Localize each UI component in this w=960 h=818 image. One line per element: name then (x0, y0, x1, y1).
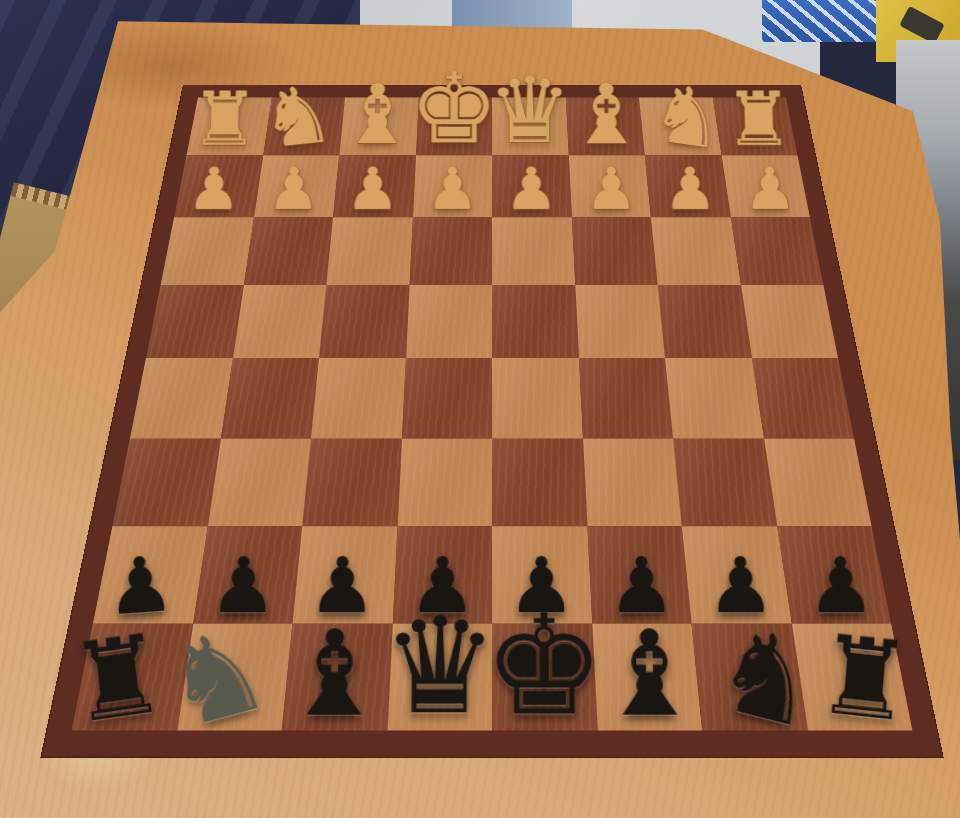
square-f8[interactable]: ♝ (282, 623, 392, 730)
black-bishop-c8[interactable]: ♝ (597, 618, 703, 731)
square-e6[interactable] (397, 438, 492, 526)
bishop-glyph: ♝ (339, 76, 415, 155)
white-pawn-g2[interactable]: ♟ (267, 162, 320, 217)
blue-striped-box (762, 0, 880, 42)
square-f3[interactable] (326, 217, 412, 284)
white-pawn-h2[interactable]: ♟ (187, 162, 241, 217)
black-bishop-f8[interactable]: ♝ (282, 618, 388, 731)
square-c2[interactable]: ♟ (568, 155, 651, 217)
square-e8[interactable]: ♛ (387, 623, 492, 730)
white-knight-b1[interactable]: ♞ (647, 75, 729, 160)
square-f4[interactable] (319, 285, 409, 358)
rook-glyph: ♜ (724, 84, 793, 155)
queen-glyph: ♛ (380, 604, 498, 731)
white-queen-d1[interactable]: ♛ (488, 68, 572, 155)
knight-glyph: ♞ (647, 75, 729, 160)
white-pawn-b2[interactable]: ♟ (664, 162, 717, 217)
white-pawn-f2[interactable]: ♟ (346, 162, 399, 217)
square-b3[interactable] (651, 217, 741, 284)
square-e5[interactable] (401, 358, 492, 438)
square-b2[interactable]: ♟ (645, 155, 731, 217)
square-d6[interactable] (492, 438, 587, 526)
square-d3[interactable] (492, 217, 575, 284)
square-a7[interactable]: ♟ (777, 526, 891, 623)
pawn-glyph: ♟ (346, 162, 399, 217)
white-pawn-d2[interactable]: ♟ (505, 162, 558, 217)
square-d4[interactable] (492, 285, 579, 358)
square-b5[interactable] (665, 358, 764, 438)
bishop-glyph: ♝ (597, 618, 703, 731)
white-king-e1[interactable]: ♚ (409, 63, 498, 155)
square-f5[interactable] (311, 358, 406, 438)
square-a6[interactable] (764, 438, 872, 526)
square-g5[interactable] (220, 358, 319, 438)
white-rook-h1[interactable]: ♜ (190, 84, 259, 155)
pawn-glyph: ♟ (426, 162, 479, 217)
square-c3[interactable] (571, 217, 657, 284)
pawn-glyph: ♟ (505, 162, 558, 217)
square-h3[interactable] (161, 217, 254, 284)
yellow-tool-handle-slot (899, 6, 945, 44)
square-b8[interactable]: ♞ (691, 623, 807, 730)
chess-board-frame: ♜♞♝♚♛♝♞♜♟♟♟♟♟♟♟♟♟♟♟♟♟♟♟♟♜♞♝♛♚♝♞♜ (42, 85, 942, 756)
pawn-glyph: ♟ (664, 162, 717, 217)
square-e3[interactable] (409, 217, 492, 284)
pawn-glyph: ♟ (743, 162, 797, 217)
queen-glyph: ♛ (488, 68, 572, 155)
bishop-glyph: ♝ (568, 76, 644, 155)
square-h6[interactable] (112, 438, 220, 526)
square-c5[interactable] (579, 358, 674, 438)
square-c4[interactable] (575, 285, 665, 358)
white-pawn-c2[interactable]: ♟ (585, 162, 638, 217)
square-f6[interactable] (302, 438, 401, 526)
square-e4[interactable] (406, 285, 493, 358)
pawn-glyph: ♟ (187, 162, 241, 217)
square-c6[interactable] (583, 438, 682, 526)
black-king-d8[interactable]: ♚ (484, 600, 606, 731)
white-pawn-e2[interactable]: ♟ (426, 162, 479, 217)
board-grid: ♜♞♝♚♛♝♞♜♟♟♟♟♟♟♟♟♟♟♟♟♟♟♟♟♜♞♝♛♚♝♞♜ (72, 98, 913, 731)
square-a1[interactable]: ♜ (712, 98, 797, 155)
square-b1[interactable]: ♞ (639, 98, 721, 155)
square-a5[interactable] (752, 358, 855, 438)
square-h7[interactable]: ♟ (93, 526, 207, 623)
square-a3[interactable] (730, 217, 823, 284)
square-f1[interactable]: ♝ (339, 98, 418, 155)
knight-glyph: ♞ (705, 611, 829, 743)
square-d1[interactable]: ♛ (492, 98, 568, 155)
square-c1[interactable]: ♝ (565, 98, 644, 155)
square-d8[interactable]: ♚ (492, 623, 597, 730)
knight-glyph: ♞ (258, 76, 337, 159)
square-b4[interactable] (658, 285, 752, 358)
white-knight-g1[interactable]: ♞ (258, 76, 337, 159)
square-g2[interactable]: ♟ (254, 155, 340, 217)
rook-glyph: ♜ (190, 84, 259, 155)
square-d2[interactable]: ♟ (492, 155, 571, 217)
photo-scene: ♜♞♝♚♛♝♞♜♟♟♟♟♟♟♟♟♟♟♟♟♟♟♟♟♜♞♝♛♚♝♞♜ (0, 0, 960, 818)
square-a4[interactable] (741, 285, 838, 358)
white-bishop-c1[interactable]: ♝ (568, 76, 644, 155)
square-h4[interactable] (146, 285, 243, 358)
square-g8[interactable]: ♞ (177, 623, 293, 730)
king-glyph: ♚ (409, 63, 498, 155)
square-g6[interactable] (207, 438, 311, 526)
pawn-glyph: ♟ (585, 162, 638, 217)
white-rook-a1[interactable]: ♜ (724, 84, 793, 155)
square-c8[interactable]: ♝ (592, 623, 702, 730)
rook-glyph: ♜ (812, 623, 915, 736)
black-rook-a8[interactable]: ♜ (812, 623, 915, 736)
white-pawn-a2[interactable]: ♟ (743, 162, 797, 217)
king-glyph: ♚ (484, 600, 606, 731)
square-d5[interactable] (492, 358, 583, 438)
square-h1[interactable]: ♜ (187, 98, 272, 155)
square-f2[interactable]: ♟ (333, 155, 416, 217)
square-g4[interactable] (233, 285, 327, 358)
square-e1[interactable]: ♚ (416, 98, 492, 155)
black-queen-e8[interactable]: ♛ (380, 604, 498, 731)
square-a2[interactable]: ♟ (721, 155, 810, 217)
square-g3[interactable] (243, 217, 333, 284)
square-b6[interactable] (673, 438, 777, 526)
bishop-glyph: ♝ (282, 618, 388, 731)
square-h5[interactable] (130, 358, 233, 438)
black-knight-b8[interactable]: ♞ (705, 611, 829, 743)
square-e2[interactable]: ♟ (413, 155, 492, 217)
square-h2[interactable]: ♟ (174, 155, 263, 217)
pawn-glyph: ♟ (267, 162, 320, 217)
white-bishop-f1[interactable]: ♝ (339, 76, 415, 155)
square-g1[interactable]: ♞ (263, 98, 345, 155)
